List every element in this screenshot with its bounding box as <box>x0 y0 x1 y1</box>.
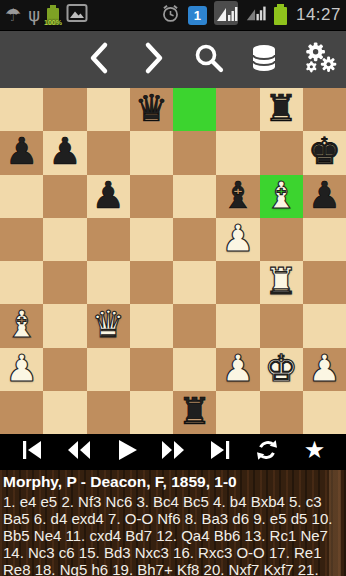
white-queen-c3: ♛ <box>92 306 125 343</box>
square-b4[interactable] <box>43 261 86 304</box>
square-e4[interactable] <box>173 261 216 304</box>
square-h6[interactable]: ♟ <box>303 175 346 218</box>
square-h4[interactable] <box>303 261 346 304</box>
square-b2[interactable] <box>43 348 86 391</box>
square-d5[interactable] <box>130 218 173 261</box>
square-f6[interactable]: ♝ <box>216 175 259 218</box>
fast-forward-button[interactable] <box>156 437 190 467</box>
battery-nub <box>277 4 284 7</box>
square-g4[interactable]: ♜ <box>260 261 303 304</box>
square-d7[interactable] <box>130 131 173 174</box>
square-e2[interactable] <box>173 348 216 391</box>
square-e1[interactable]: ♜ <box>173 391 216 434</box>
rewind-button[interactable] <box>62 437 96 467</box>
square-h5[interactable] <box>303 218 346 261</box>
square-a8[interactable] <box>0 88 43 131</box>
previous-game-button[interactable] <box>82 40 116 80</box>
square-h7[interactable]: ♚ <box>303 131 346 174</box>
favorite-button[interactable]: ★ <box>297 437 331 467</box>
white-bishop-a3: ♝ <box>5 306 38 343</box>
square-c6[interactable]: ♟ <box>87 175 130 218</box>
black-pawn-b7: ♟ <box>48 133 81 170</box>
square-a2[interactable]: ♟ <box>0 348 43 391</box>
white-bishop-g6: ♝ <box>265 177 298 214</box>
square-f8[interactable] <box>216 88 259 131</box>
star-icon: ★ <box>304 438 326 462</box>
umbrella-icon: ☂ <box>5 6 21 24</box>
square-d2[interactable] <box>130 348 173 391</box>
square-f4[interactable] <box>216 261 259 304</box>
square-b6[interactable] <box>43 175 86 218</box>
next-game-button[interactable] <box>137 40 171 80</box>
database-icon <box>247 42 281 78</box>
rewind-icon <box>65 437 93 467</box>
skip-to-end-button[interactable] <box>203 437 237 467</box>
square-g8[interactable]: ♜ <box>260 88 303 131</box>
square-b3[interactable] <box>43 304 86 347</box>
square-d8[interactable]: ♛ <box>130 88 173 131</box>
settings-gears-icon <box>301 41 337 79</box>
black-king-h7: ♚ <box>308 133 341 170</box>
square-b8[interactable] <box>43 88 86 131</box>
black-queen-d8: ♛ <box>135 90 168 127</box>
fast-forward-icon <box>159 437 187 467</box>
skip-to-end-icon <box>207 437 233 467</box>
square-c2[interactable] <box>87 348 130 391</box>
play-icon <box>113 437 139 467</box>
play-button[interactable] <box>109 437 143 467</box>
signal-strength-icon <box>245 2 267 28</box>
gallery-icon <box>66 3 88 27</box>
square-e6[interactable] <box>173 175 216 218</box>
search-icon <box>193 42 225 78</box>
white-king-g2: ♚ <box>265 350 298 387</box>
square-f7[interactable] <box>216 131 259 174</box>
battery-icon <box>274 7 287 25</box>
black-rook-g8: ♜ <box>265 90 298 127</box>
square-b1[interactable] <box>43 391 86 434</box>
square-f3[interactable] <box>216 304 259 347</box>
square-h8[interactable] <box>303 88 346 131</box>
square-c4[interactable] <box>87 261 130 304</box>
black-pawn-c6: ♟ <box>92 177 125 214</box>
search-button[interactable] <box>192 40 226 80</box>
square-a5[interactable] <box>0 218 43 261</box>
square-c3[interactable]: ♛ <box>87 304 130 347</box>
square-g7[interactable] <box>260 131 303 174</box>
toolbar <box>0 31 346 88</box>
square-h1[interactable] <box>303 391 346 434</box>
game-header: Morphy, P - Deacon, F, 1859, 1-0 <box>3 472 343 492</box>
square-a7[interactable]: ♟ <box>0 131 43 174</box>
clock-label: 14:27 <box>296 5 341 25</box>
white-pawn-h2: ♟ <box>308 350 341 387</box>
square-b5[interactable] <box>43 218 86 261</box>
square-h3[interactable] <box>303 304 346 347</box>
square-a6[interactable] <box>0 175 43 218</box>
white-pawn-f2: ♟ <box>221 350 254 387</box>
white-pawn-a2: ♟ <box>5 350 38 387</box>
black-pawn-h6: ♟ <box>308 177 341 214</box>
square-e5[interactable] <box>173 218 216 261</box>
square-d3[interactable] <box>130 304 173 347</box>
square-c7[interactable] <box>87 131 130 174</box>
square-g2[interactable]: ♚ <box>260 348 303 391</box>
alarm-clock-icon <box>160 3 181 28</box>
settings-button[interactable] <box>302 40 336 80</box>
status-bar: ☂ ψ 100% 1 <box>0 0 346 31</box>
square-c1[interactable] <box>87 391 130 434</box>
square-c8[interactable] <box>87 88 130 131</box>
square-g5[interactable] <box>260 218 303 261</box>
square-b7[interactable]: ♟ <box>43 131 86 174</box>
square-h2[interactable]: ♟ <box>303 348 346 391</box>
square-a4[interactable] <box>0 261 43 304</box>
skip-to-start-icon <box>19 437 45 467</box>
white-pawn-f5: ♟ <box>221 220 254 257</box>
game-info-panel: Morphy, P - Deacon, F, 1859, 1-0 1. e4 e… <box>0 470 346 576</box>
chevron-right-icon <box>141 41 167 79</box>
square-g6[interactable]: ♝ <box>260 175 303 218</box>
square-d1[interactable] <box>130 391 173 434</box>
chevron-left-icon <box>86 41 112 79</box>
square-e8[interactable] <box>173 88 216 131</box>
app-screen: ☂ ψ 100% 1 <box>0 0 346 576</box>
black-rook-e1: ♜ <box>178 393 211 430</box>
square-f5[interactable]: ♟ <box>216 218 259 261</box>
database-button[interactable] <box>247 40 281 80</box>
black-pawn-a7: ♟ <box>5 133 38 170</box>
playback-controls: ★ <box>0 434 346 470</box>
square-a3[interactable]: ♝ <box>0 304 43 347</box>
square-d4[interactable] <box>130 261 173 304</box>
square-f1[interactable] <box>216 391 259 434</box>
skip-to-start-button[interactable] <box>15 437 49 467</box>
square-e7[interactable] <box>173 131 216 174</box>
move-list[interactable]: 1. e4 e5 2. Nf3 Nc6 3. Bc4 Bc5 4. b4 Bxb… <box>3 493 343 576</box>
square-a1[interactable] <box>0 391 43 434</box>
battery-nub <box>50 5 56 8</box>
square-e3[interactable] <box>173 304 216 347</box>
square-d6[interactable] <box>130 175 173 218</box>
square-g1[interactable] <box>260 391 303 434</box>
usb-icon: ψ <box>28 6 40 24</box>
black-bishop-f6: ♝ <box>221 177 254 214</box>
square-g3[interactable] <box>260 304 303 347</box>
battery-percent-label: 100% <box>43 19 63 26</box>
chess-board: ♛♜♟♟♚♟♝♝♟♟♜♝♛♟♟♚♟♜ <box>0 88 346 434</box>
square-c5[interactable] <box>87 218 130 261</box>
square-f2[interactable]: ♟ <box>216 348 259 391</box>
refresh-button[interactable] <box>250 437 284 467</box>
battery-charging-icon: 100% <box>47 8 59 25</box>
notification-badge: 1 <box>188 6 207 25</box>
mobile-data-icon <box>214 1 238 29</box>
refresh-icon <box>255 438 279 466</box>
white-rook-g4: ♜ <box>265 263 298 300</box>
